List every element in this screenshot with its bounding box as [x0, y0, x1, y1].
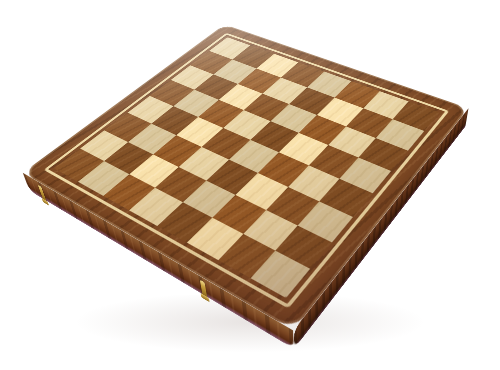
perspective-scene [83, 0, 421, 327]
brass-latch [38, 185, 47, 202]
product-photo [0, 0, 500, 370]
brass-latch [200, 280, 207, 298]
board-grid [54, 37, 440, 298]
board-top-face [23, 24, 469, 330]
board-orientation-wrapper [83, 0, 421, 327]
